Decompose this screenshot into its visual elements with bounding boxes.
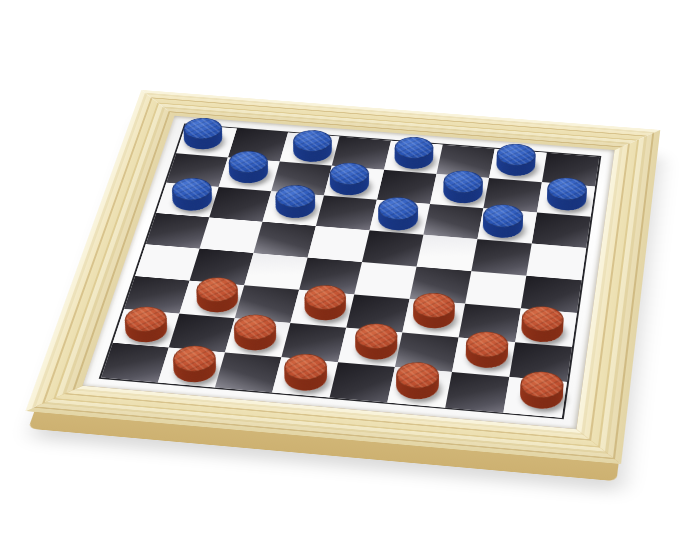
checker-red[interactable] xyxy=(410,302,456,330)
board-square-light[interactable] xyxy=(244,253,307,290)
board-square-dark[interactable] xyxy=(330,362,395,402)
board-square-light[interactable] xyxy=(387,367,452,408)
board-square-light[interactable] xyxy=(503,377,567,418)
checker-red[interactable] xyxy=(463,340,509,369)
board-square-light[interactable] xyxy=(515,308,577,347)
board-square-light[interactable] xyxy=(225,318,290,357)
checker-blue[interactable] xyxy=(441,179,484,204)
board-square-dark[interactable] xyxy=(209,187,271,222)
board-square-light[interactable] xyxy=(465,271,526,308)
checker-blue[interactable] xyxy=(481,213,524,239)
board-square-dark[interactable] xyxy=(215,352,281,392)
board-square-light[interactable] xyxy=(537,182,595,217)
checker-red[interactable] xyxy=(393,371,440,400)
board-square-light[interactable] xyxy=(452,337,515,377)
checker-red[interactable] xyxy=(281,363,329,392)
board-square-light[interactable] xyxy=(308,226,370,262)
board-square-light[interactable] xyxy=(526,244,586,281)
board-square-dark[interactable] xyxy=(101,343,169,383)
checker-red[interactable] xyxy=(302,294,348,322)
checker-blue[interactable] xyxy=(392,146,435,170)
board-square-dark[interactable] xyxy=(146,213,209,249)
board-square-light[interactable] xyxy=(272,357,338,397)
checker-blue[interactable] xyxy=(169,187,214,212)
board-square-dark[interactable] xyxy=(445,372,509,413)
board-square-dark[interactable] xyxy=(532,213,591,249)
checkers-board xyxy=(25,90,660,464)
board-square-light[interactable] xyxy=(477,208,536,243)
checker-blue[interactable] xyxy=(494,153,536,177)
board-square-dark[interactable] xyxy=(423,204,483,239)
board-square-light[interactable] xyxy=(417,235,478,271)
board-square-light[interactable] xyxy=(179,281,244,319)
board-square-light[interactable] xyxy=(402,299,465,337)
checker-red[interactable] xyxy=(122,315,170,343)
checker-blue[interactable] xyxy=(273,194,318,219)
board-card xyxy=(82,116,614,429)
board-square-light[interactable] xyxy=(158,348,225,388)
board-square-light[interactable] xyxy=(430,174,489,208)
board-square-dark[interactable] xyxy=(253,222,315,258)
board-square-light[interactable] xyxy=(338,328,402,367)
checker-red[interactable] xyxy=(193,286,240,313)
board-square-dark[interactable] xyxy=(471,239,531,275)
board-square-light[interactable] xyxy=(280,133,340,166)
board-square-light[interactable] xyxy=(324,166,384,200)
checker-red[interactable] xyxy=(231,323,279,351)
checker-blue[interactable] xyxy=(376,206,420,232)
checker-blue[interactable] xyxy=(327,171,371,196)
checker-blue[interactable] xyxy=(545,186,587,211)
product-photo-scene xyxy=(0,0,700,560)
board-square-light[interactable] xyxy=(176,125,237,158)
checker-blue[interactable] xyxy=(226,160,270,185)
board-square-light[interactable] xyxy=(262,191,323,226)
board-square-light[interactable] xyxy=(489,149,547,183)
board-square-light[interactable] xyxy=(135,244,199,281)
checker-red[interactable] xyxy=(518,380,564,410)
board-square-light[interactable] xyxy=(200,217,263,253)
checker-red[interactable] xyxy=(170,354,219,383)
checker-red[interactable] xyxy=(352,332,399,361)
board-square-light[interactable] xyxy=(354,262,416,299)
board-square-light[interactable] xyxy=(370,200,430,235)
board-square-light[interactable] xyxy=(384,141,443,174)
checker-blue[interactable] xyxy=(290,139,333,163)
board-square-light[interactable] xyxy=(156,183,218,218)
checker-red[interactable] xyxy=(519,315,564,343)
checker-blue[interactable] xyxy=(181,127,225,151)
board-square-light[interactable] xyxy=(219,157,280,191)
board-square-dark[interactable] xyxy=(316,195,377,230)
board-grid xyxy=(99,123,602,419)
wooden-frame xyxy=(25,90,660,464)
board-square-dark[interactable] xyxy=(362,230,423,266)
board-square-light[interactable] xyxy=(290,290,354,328)
